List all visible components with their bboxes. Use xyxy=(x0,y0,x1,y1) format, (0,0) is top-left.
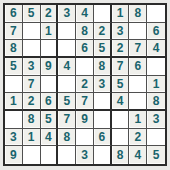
sudoku-board: 6523418718236865274539487672351126574885… xyxy=(3,3,167,166)
cell-r6c7[interactable]: 4 xyxy=(112,93,130,111)
cell-r7c4[interactable]: 7 xyxy=(58,111,76,129)
cell-r5c6[interactable]: 3 xyxy=(94,76,112,94)
cell-r6c5[interactable]: 7 xyxy=(76,93,94,111)
cell-r5c8[interactable] xyxy=(129,76,147,94)
cell-r3c1[interactable]: 8 xyxy=(5,40,23,58)
cell-r4c6[interactable]: 8 xyxy=(94,58,112,76)
cell-r6c2[interactable]: 2 xyxy=(23,93,41,111)
cell-r7c6[interactable] xyxy=(94,111,112,129)
cell-r4c7[interactable]: 7 xyxy=(112,58,130,76)
cell-r7c5[interactable]: 9 xyxy=(76,111,94,129)
cell-r6c9[interactable]: 8 xyxy=(147,93,165,111)
cell-r9c4[interactable] xyxy=(58,146,76,164)
cell-r4c9[interactable] xyxy=(147,58,165,76)
cell-r4c2[interactable]: 3 xyxy=(23,58,41,76)
cell-r5c9[interactable]: 1 xyxy=(147,76,165,94)
cell-r9c2[interactable] xyxy=(23,146,41,164)
cell-r8c2[interactable]: 1 xyxy=(23,129,41,147)
cell-r8c8[interactable]: 2 xyxy=(129,129,147,147)
cell-r8c5[interactable] xyxy=(76,129,94,147)
cell-r1c7[interactable]: 1 xyxy=(112,5,130,23)
cell-r3c9[interactable]: 4 xyxy=(147,40,165,58)
cell-r2c3[interactable]: 1 xyxy=(41,23,59,41)
cell-r9c6[interactable] xyxy=(94,146,112,164)
cell-r6c3[interactable]: 6 xyxy=(41,93,59,111)
cell-r9c9[interactable]: 5 xyxy=(147,146,165,164)
cell-r1c1[interactable]: 6 xyxy=(5,5,23,23)
cell-r6c4[interactable]: 5 xyxy=(58,93,76,111)
cell-r5c3[interactable] xyxy=(41,76,59,94)
cell-r8c1[interactable]: 3 xyxy=(5,129,23,147)
cell-r2c8[interactable] xyxy=(129,23,147,41)
cell-r2c9[interactable]: 6 xyxy=(147,23,165,41)
cell-r2c5[interactable]: 8 xyxy=(76,23,94,41)
cell-r3c5[interactable]: 6 xyxy=(76,40,94,58)
cell-r4c5[interactable] xyxy=(76,58,94,76)
cell-r6c6[interactable] xyxy=(94,93,112,111)
cell-r5c5[interactable]: 2 xyxy=(76,76,94,94)
cell-r5c2[interactable]: 7 xyxy=(23,76,41,94)
cell-r4c1[interactable]: 5 xyxy=(5,58,23,76)
cell-r2c1[interactable]: 7 xyxy=(5,23,23,41)
cell-r8c6[interactable]: 6 xyxy=(94,129,112,147)
cell-r3c4[interactable] xyxy=(58,40,76,58)
cell-r3c6[interactable]: 5 xyxy=(94,40,112,58)
cell-r8c4[interactable]: 8 xyxy=(58,129,76,147)
cell-r1c8[interactable]: 8 xyxy=(129,5,147,23)
cell-r8c3[interactable]: 4 xyxy=(41,129,59,147)
cell-r1c6[interactable] xyxy=(94,5,112,23)
cell-r1c3[interactable]: 2 xyxy=(41,5,59,23)
cell-r9c5[interactable]: 3 xyxy=(76,146,94,164)
cell-r6c8[interactable] xyxy=(129,93,147,111)
cell-r7c8[interactable]: 1 xyxy=(129,111,147,129)
cell-r5c4[interactable] xyxy=(58,76,76,94)
cell-r7c7[interactable] xyxy=(112,111,130,129)
cell-r9c1[interactable]: 9 xyxy=(5,146,23,164)
cell-r6c1[interactable]: 1 xyxy=(5,93,23,111)
cell-r3c8[interactable]: 7 xyxy=(129,40,147,58)
cell-r5c7[interactable]: 5 xyxy=(112,76,130,94)
cell-r1c4[interactable]: 3 xyxy=(58,5,76,23)
cell-r7c2[interactable]: 8 xyxy=(23,111,41,129)
cell-r8c9[interactable] xyxy=(147,129,165,147)
cell-r7c9[interactable]: 3 xyxy=(147,111,165,129)
cell-r1c9[interactable] xyxy=(147,5,165,23)
cell-r3c2[interactable] xyxy=(23,40,41,58)
cell-r9c8[interactable]: 4 xyxy=(129,146,147,164)
cell-r2c4[interactable] xyxy=(58,23,76,41)
cell-r9c7[interactable]: 8 xyxy=(112,146,130,164)
cell-r4c4[interactable]: 4 xyxy=(58,58,76,76)
cell-r7c1[interactable] xyxy=(5,111,23,129)
cell-r1c5[interactable]: 4 xyxy=(76,5,94,23)
cell-r3c7[interactable]: 2 xyxy=(112,40,130,58)
cell-r9c3[interactable] xyxy=(41,146,59,164)
cell-r8c7[interactable] xyxy=(112,129,130,147)
cell-r3c3[interactable] xyxy=(41,40,59,58)
cell-r7c3[interactable]: 5 xyxy=(41,111,59,129)
cell-r2c6[interactable]: 2 xyxy=(94,23,112,41)
cell-r4c8[interactable]: 6 xyxy=(129,58,147,76)
cell-r2c7[interactable]: 3 xyxy=(112,23,130,41)
cell-r5c1[interactable] xyxy=(5,76,23,94)
cell-r2c2[interactable] xyxy=(23,23,41,41)
cell-r1c2[interactable]: 5 xyxy=(23,5,41,23)
cell-r4c3[interactable]: 9 xyxy=(41,58,59,76)
